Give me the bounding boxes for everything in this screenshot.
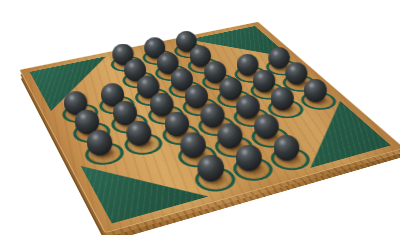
product-photo-scene (0, 0, 400, 235)
marble-r7c4[interactable] (236, 144, 262, 170)
board-surface (19, 22, 400, 234)
marble-r3c7[interactable] (268, 47, 289, 68)
marble-r4c5[interactable] (220, 77, 243, 100)
board-blank (308, 105, 362, 133)
marble-r5c5[interactable] (236, 95, 260, 119)
marble-r7c3[interactable] (197, 155, 224, 182)
marble-r6c5[interactable] (254, 114, 279, 139)
marble-r6c4[interactable] (218, 123, 243, 148)
marble-r6c3[interactable] (180, 132, 205, 157)
marble-r5c6[interactable] (271, 87, 294, 110)
solitaire-board (19, 22, 400, 234)
marble-r5c7[interactable] (304, 79, 327, 102)
marble-r4c7[interactable] (285, 63, 307, 85)
marble-r7c5[interactable] (274, 135, 300, 161)
marble-r5c3[interactable] (164, 112, 188, 136)
hole-grid (34, 28, 384, 219)
